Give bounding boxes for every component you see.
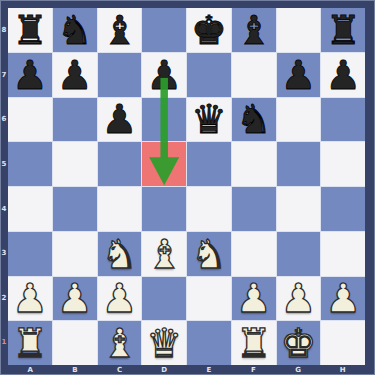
square-f2[interactable]: ♟ <box>232 277 276 321</box>
square-a6[interactable] <box>8 98 52 142</box>
square-h5[interactable] <box>321 142 365 186</box>
white-bishop-d3: ♝ <box>146 234 182 274</box>
black-pawn-h7: ♟ <box>325 55 361 95</box>
square-a5[interactable] <box>8 142 52 186</box>
white-pawn-h2: ♟ <box>325 278 361 318</box>
square-g8[interactable] <box>277 8 321 52</box>
black-king-e8: ♚ <box>191 10 227 50</box>
square-e7[interactable] <box>187 53 231 97</box>
rank-label-4: 4 <box>0 187 8 232</box>
square-e4[interactable] <box>187 187 231 231</box>
rank-label-3: 3 <box>0 231 8 276</box>
square-c4[interactable] <box>98 187 142 231</box>
black-rook-h8: ♜ <box>325 10 361 50</box>
square-c7[interactable] <box>98 53 142 97</box>
white-pawn-c2: ♟ <box>101 278 137 318</box>
square-c6[interactable]: ♟ <box>98 98 142 142</box>
square-h8[interactable]: ♜ <box>321 8 365 52</box>
black-knight-f6: ♞ <box>236 99 272 139</box>
square-g5[interactable] <box>277 142 321 186</box>
square-b8[interactable]: ♞ <box>53 8 97 52</box>
square-g1[interactable]: ♚ <box>277 321 321 365</box>
square-a4[interactable] <box>8 187 52 231</box>
square-d4[interactable] <box>142 187 186 231</box>
square-g2[interactable]: ♟ <box>277 277 321 321</box>
white-bishop-c1: ♝ <box>101 323 137 363</box>
square-d2[interactable] <box>142 277 186 321</box>
square-f1[interactable]: ♜ <box>232 321 276 365</box>
square-d7[interactable]: ♟ <box>142 53 186 97</box>
file-label-f: F <box>231 365 276 375</box>
square-f5[interactable] <box>232 142 276 186</box>
white-knight-e3: ♞ <box>191 234 227 274</box>
square-b1[interactable] <box>53 321 97 365</box>
square-a8[interactable]: ♜ <box>8 8 52 52</box>
white-rook-f1: ♜ <box>236 323 272 363</box>
square-h2[interactable]: ♟ <box>321 277 365 321</box>
square-g3[interactable] <box>277 232 321 276</box>
chess-board: ♜♞♝♚♝♜♟♟♟♟♟♟♛♞♞♝♞♟♟♟♟♟♟♜♝♛♜♚ <box>8 8 365 365</box>
square-d1[interactable]: ♛ <box>142 321 186 365</box>
black-pawn-b7: ♟ <box>57 55 93 95</box>
square-d8[interactable] <box>142 8 186 52</box>
square-h1[interactable] <box>321 321 365 365</box>
square-b7[interactable]: ♟ <box>53 53 97 97</box>
rank-label-7: 7 <box>0 53 8 98</box>
square-c8[interactable]: ♝ <box>98 8 142 52</box>
square-g4[interactable] <box>277 187 321 231</box>
file-label-d: D <box>142 365 187 375</box>
square-c3[interactable]: ♞ <box>98 232 142 276</box>
square-f3[interactable] <box>232 232 276 276</box>
square-b3[interactable] <box>53 232 97 276</box>
square-f6[interactable]: ♞ <box>232 98 276 142</box>
file-label-e: E <box>187 365 232 375</box>
square-h6[interactable] <box>321 98 365 142</box>
rank-label-6: 6 <box>0 97 8 142</box>
rank-label-5: 5 <box>0 142 8 187</box>
black-rook-a8: ♜ <box>12 10 48 50</box>
black-pawn-c6: ♟ <box>101 99 137 139</box>
square-d3[interactable]: ♝ <box>142 232 186 276</box>
black-knight-b8: ♞ <box>57 10 93 50</box>
square-e1[interactable] <box>187 321 231 365</box>
square-b4[interactable] <box>53 187 97 231</box>
square-g6[interactable] <box>277 98 321 142</box>
square-e8[interactable]: ♚ <box>187 8 231 52</box>
square-g7[interactable]: ♟ <box>277 53 321 97</box>
square-h4[interactable] <box>321 187 365 231</box>
white-pawn-f2: ♟ <box>236 278 272 318</box>
file-label-c: C <box>97 365 142 375</box>
square-d5[interactable] <box>142 142 186 186</box>
rank-label-2: 2 <box>0 276 8 321</box>
black-pawn-a7: ♟ <box>12 55 48 95</box>
square-c2[interactable]: ♟ <box>98 277 142 321</box>
square-f7[interactable] <box>232 53 276 97</box>
file-label-g: G <box>276 365 321 375</box>
black-bishop-f8: ♝ <box>236 10 272 50</box>
square-e2[interactable] <box>187 277 231 321</box>
white-king-g1: ♚ <box>280 323 316 363</box>
rank-label-1: 1 <box>0 320 8 365</box>
square-e5[interactable] <box>187 142 231 186</box>
square-b2[interactable]: ♟ <box>53 277 97 321</box>
black-pawn-d7: ♟ <box>146 55 182 95</box>
square-h7[interactable]: ♟ <box>321 53 365 97</box>
square-c5[interactable] <box>98 142 142 186</box>
white-knight-c3: ♞ <box>101 234 137 274</box>
square-f8[interactable]: ♝ <box>232 8 276 52</box>
square-b5[interactable] <box>53 142 97 186</box>
rank-label-8: 8 <box>0 8 8 53</box>
square-c1[interactable]: ♝ <box>98 321 142 365</box>
white-pawn-a2: ♟ <box>12 278 48 318</box>
white-pawn-g2: ♟ <box>280 278 316 318</box>
square-a2[interactable]: ♟ <box>8 277 52 321</box>
black-queen-e6: ♛ <box>191 99 227 139</box>
square-e6[interactable]: ♛ <box>187 98 231 142</box>
square-a3[interactable] <box>8 232 52 276</box>
square-b6[interactable] <box>53 98 97 142</box>
white-queen-d1: ♛ <box>146 323 182 363</box>
square-d6[interactable] <box>142 98 186 142</box>
file-label-a: A <box>8 365 53 375</box>
square-a1[interactable]: ♜ <box>8 321 52 365</box>
file-label-h: H <box>320 365 365 375</box>
chess-board-frame: ♜♞♝♚♝♜♟♟♟♟♟♟♛♞♞♝♞♟♟♟♟♟♟♜♝♛♜♚ 87654321 AB… <box>0 0 375 375</box>
black-bishop-c8: ♝ <box>101 10 137 50</box>
square-e3[interactable]: ♞ <box>187 232 231 276</box>
white-rook-a1: ♜ <box>12 323 48 363</box>
square-h3[interactable] <box>321 232 365 276</box>
white-pawn-b2: ♟ <box>57 278 93 318</box>
square-a7[interactable]: ♟ <box>8 53 52 97</box>
square-f4[interactable] <box>232 187 276 231</box>
file-label-b: B <box>53 365 98 375</box>
black-pawn-g7: ♟ <box>280 55 316 95</box>
